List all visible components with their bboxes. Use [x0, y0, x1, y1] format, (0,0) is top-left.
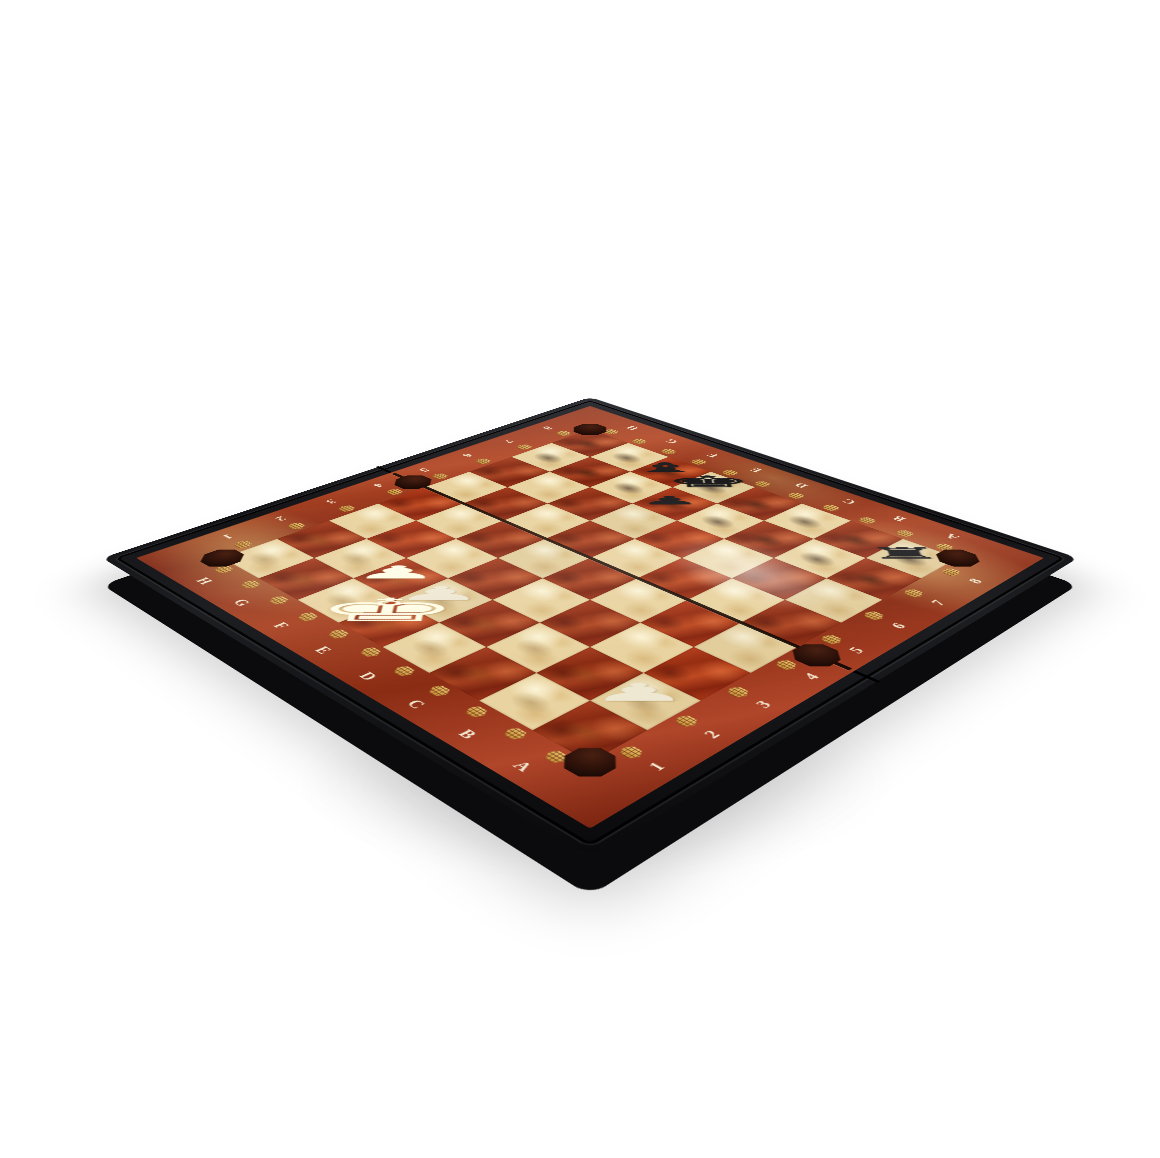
black-pawn: ♟	[684, 529, 842, 542]
corner-medallion	[553, 742, 626, 783]
square-c3	[540, 600, 640, 647]
scene: ♜♞♝♚♛♝♞♜♟♟♟♟♟♟♟♟♟♟♟♟♟♟♟♟♜♞♝♚♛♝♞♜ HH88GG7…	[0, 0, 1160, 1158]
square-d3	[493, 578, 590, 622]
rank-label-1-right: 1	[644, 759, 671, 774]
square-c5	[637, 558, 732, 600]
file-label-g-near: G	[228, 597, 254, 608]
hexagon-ornament	[426, 684, 454, 698]
hexagon-ornament	[724, 685, 752, 699]
square-d4	[543, 558, 638, 600]
black-pawn: ♟	[783, 567, 952, 581]
piece-shadow	[441, 656, 516, 694]
black-pawn: ♟	[554, 479, 698, 490]
black-pawn: ♟	[477, 449, 614, 459]
piece-shadow	[451, 608, 522, 642]
hexagon-ornament	[861, 610, 887, 622]
square-b2: ♟	[536, 647, 643, 701]
hinge-medallion	[784, 640, 848, 672]
square-a3	[644, 647, 751, 701]
black-rook: ♜	[518, 434, 652, 445]
piece-shadow	[309, 586, 376, 618]
square-d2: ♟	[439, 600, 539, 647]
file-label-f-near: F	[268, 620, 293, 631]
square-a4	[694, 623, 798, 673]
square-d1: ♛	[383, 623, 487, 673]
rank-label-3-right: 3	[752, 698, 777, 711]
rank-label-4-right: 4	[800, 671, 825, 683]
piece-shadow	[545, 711, 627, 755]
file-label-e-near: E	[310, 644, 336, 656]
rank-label-2-right: 2	[700, 728, 726, 742]
board-face: ♜♞♝♚♛♝♞♜♟♟♟♟♟♟♟♟♟♟♟♟♟♟♟♟♜♞♝♚♛♝♞♜ HH88GG7…	[136, 406, 1044, 829]
rank-label-5-right: 5	[845, 645, 869, 656]
black-pawn: ♟	[639, 511, 792, 523]
piece-shadow	[394, 631, 466, 667]
piece-shadow	[350, 608, 420, 642]
hexagon-ornament	[773, 658, 800, 671]
file-label-h-near: H	[191, 576, 216, 587]
file-label-c-near: C	[402, 697, 430, 711]
file-label-d-near: D	[354, 670, 382, 683]
chess-board: ♜♞♝♚♛♝♞♜♟♟♟♟♟♟♟♟♟♟♟♟♟♟♟♟♜♞♝♚♛♝♞♜ HH88GG7…	[102, 397, 1078, 857]
hexagon-ornament	[463, 704, 491, 719]
hexagon-ornament	[326, 628, 352, 640]
hexagon-ornament	[616, 744, 646, 760]
hexagon-ornament	[501, 726, 530, 742]
square-e3	[448, 558, 543, 600]
black-pawn: ♟	[732, 547, 895, 560]
file-label-a-near: A	[507, 758, 537, 775]
hexagon-ornament	[358, 646, 384, 659]
square-e1: ♚	[339, 600, 439, 647]
hinge-notch-left	[376, 466, 393, 473]
rank-label-7-right: 7	[927, 598, 950, 608]
hexagon-ornament	[901, 588, 926, 599]
square-c1: ♝	[429, 647, 536, 701]
white-rook: ♜	[483, 702, 684, 735]
black-pawn: ♟	[515, 464, 656, 474]
white-pawn: ♟	[441, 629, 622, 651]
hexagon-ornament	[818, 633, 844, 645]
square-b5	[687, 578, 784, 622]
rank-label-6-right: 6	[887, 621, 911, 631]
square-c4	[590, 578, 687, 622]
hinge-notch-right	[853, 670, 881, 682]
white-pawn: ♟	[490, 654, 677, 677]
black-queen: ♛	[679, 490, 829, 506]
square-b3	[590, 623, 694, 673]
white-queen: ♛	[337, 618, 521, 650]
hexagon-ornament	[391, 664, 418, 678]
hexagon-ornament	[542, 748, 572, 765]
file-label-b-near: B	[453, 727, 481, 742]
piece-shadow	[602, 683, 681, 724]
hexagon-ornament	[239, 579, 263, 590]
hexagon-ornament	[267, 595, 291, 606]
hexagon-ornament	[296, 611, 321, 623]
